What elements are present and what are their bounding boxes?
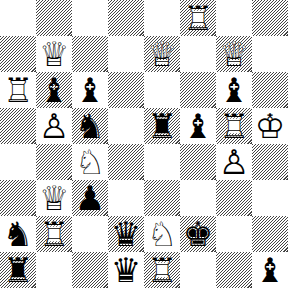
square-f3[interactable] — [180, 180, 216, 216]
white-queen-piece: ♕ — [36, 180, 72, 216]
square-d1[interactable]: ♛ — [108, 252, 144, 288]
square-e5[interactable]: ♜ — [144, 108, 180, 144]
square-f4[interactable] — [180, 144, 216, 180]
white-rook-piece: ♖ — [36, 216, 72, 252]
square-g1[interactable] — [216, 252, 252, 288]
square-f1[interactable] — [180, 252, 216, 288]
square-d7[interactable] — [108, 36, 144, 72]
square-h2[interactable] — [252, 216, 288, 252]
square-f2[interactable]: ♚ — [180, 216, 216, 252]
square-c6[interactable]: ♝ — [72, 72, 108, 108]
square-c5[interactable]: ♞ — [72, 108, 108, 144]
square-f6[interactable] — [180, 72, 216, 108]
square-b3[interactable]: ♕ — [36, 180, 72, 216]
square-e6[interactable] — [144, 72, 180, 108]
white-knight-piece: ♘ — [72, 144, 108, 180]
black-bishop-piece: ♝ — [36, 72, 72, 108]
square-g7[interactable]: ♕ — [216, 36, 252, 72]
square-a6[interactable]: ♖ — [0, 72, 36, 108]
square-b7[interactable]: ♕ — [36, 36, 72, 72]
black-bishop-piece: ♝ — [252, 252, 288, 288]
black-rook-piece: ♜ — [144, 108, 180, 144]
square-c8[interactable] — [72, 0, 108, 36]
square-h8[interactable] — [252, 0, 288, 36]
chess-board: ♖ ♕ ♕ ♕ ♖ ♝ ♝ ♝ ♙ ♞ ♜ ♝ ♖ ♔ ♘ ♙ ♕ ♟ ♞ ♖ … — [0, 0, 288, 288]
square-b6[interactable]: ♝ — [36, 72, 72, 108]
white-queen-piece: ♕ — [216, 36, 252, 72]
black-bishop-piece: ♝ — [72, 72, 108, 108]
square-d6[interactable] — [108, 72, 144, 108]
square-e3[interactable] — [144, 180, 180, 216]
white-pawn-piece: ♙ — [36, 108, 72, 144]
white-rook-piece: ♖ — [0, 72, 36, 108]
square-h6[interactable] — [252, 72, 288, 108]
white-pawn-piece: ♙ — [216, 144, 252, 180]
black-queen-piece: ♛ — [108, 252, 144, 288]
square-c2[interactable] — [72, 216, 108, 252]
black-queen-piece: ♛ — [108, 216, 144, 252]
square-h5[interactable]: ♔ — [252, 108, 288, 144]
square-b4[interactable] — [36, 144, 72, 180]
white-knight-piece: ♘ — [144, 216, 180, 252]
square-a1[interactable]: ♜ — [0, 252, 36, 288]
black-bishop-piece: ♝ — [180, 108, 216, 144]
square-c3[interactable]: ♟ — [72, 180, 108, 216]
square-g5[interactable]: ♖ — [216, 108, 252, 144]
square-d5[interactable] — [108, 108, 144, 144]
square-h1[interactable]: ♝ — [252, 252, 288, 288]
square-a7[interactable] — [0, 36, 36, 72]
square-b1[interactable] — [36, 252, 72, 288]
black-rook-piece: ♜ — [0, 252, 36, 288]
square-a3[interactable] — [0, 180, 36, 216]
square-d2[interactable]: ♛ — [108, 216, 144, 252]
square-d8[interactable] — [108, 0, 144, 36]
black-knight-piece: ♞ — [0, 216, 36, 252]
square-e1[interactable]: ♖ — [144, 252, 180, 288]
square-g2[interactable] — [216, 216, 252, 252]
white-rook-piece: ♖ — [180, 0, 216, 36]
square-h4[interactable] — [252, 144, 288, 180]
square-e7[interactable]: ♕ — [144, 36, 180, 72]
square-g4[interactable]: ♙ — [216, 144, 252, 180]
square-c4[interactable]: ♘ — [72, 144, 108, 180]
square-a2[interactable]: ♞ — [0, 216, 36, 252]
square-a5[interactable] — [0, 108, 36, 144]
square-e4[interactable] — [144, 144, 180, 180]
square-e8[interactable] — [144, 0, 180, 36]
square-g8[interactable] — [216, 0, 252, 36]
black-king-piece: ♚ — [180, 216, 216, 252]
square-f7[interactable] — [180, 36, 216, 72]
white-queen-piece: ♕ — [36, 36, 72, 72]
square-f8[interactable]: ♖ — [180, 0, 216, 36]
white-rook-piece: ♖ — [144, 252, 180, 288]
square-g6[interactable]: ♝ — [216, 72, 252, 108]
black-pawn-piece: ♟ — [72, 180, 108, 216]
square-b2[interactable]: ♖ — [36, 216, 72, 252]
square-b8[interactable] — [36, 0, 72, 36]
square-g3[interactable] — [216, 180, 252, 216]
white-king-piece: ♔ — [252, 108, 288, 144]
square-h3[interactable] — [252, 180, 288, 216]
square-a8[interactable] — [0, 0, 36, 36]
square-e2[interactable]: ♘ — [144, 216, 180, 252]
square-a4[interactable] — [0, 144, 36, 180]
black-bishop-piece: ♝ — [216, 72, 252, 108]
square-f5[interactable]: ♝ — [180, 108, 216, 144]
square-b5[interactable]: ♙ — [36, 108, 72, 144]
square-c7[interactable] — [72, 36, 108, 72]
square-h7[interactable] — [252, 36, 288, 72]
square-d4[interactable] — [108, 144, 144, 180]
white-queen-piece: ♕ — [144, 36, 180, 72]
square-d3[interactable] — [108, 180, 144, 216]
black-knight-piece: ♞ — [72, 108, 108, 144]
square-c1[interactable] — [72, 252, 108, 288]
white-rook-piece: ♖ — [216, 108, 252, 144]
